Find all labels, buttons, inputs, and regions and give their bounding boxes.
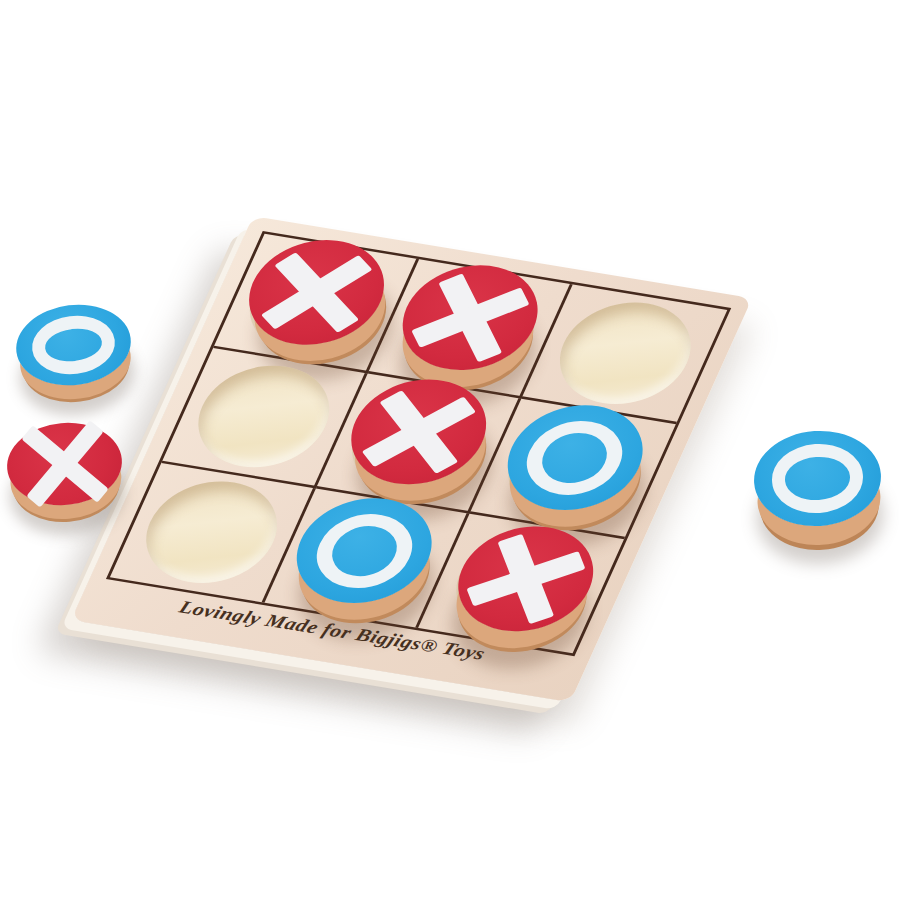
off-board-piece-o[interactable]: [12, 298, 136, 391]
o-ring: [514, 415, 635, 501]
tic-tac-toe-board: Lovingly Made for Bigjigs® Toys: [71, 216, 752, 702]
product-photo-scene: Lovingly Made for Bigjigs® Toys: [0, 0, 903, 903]
off-board-piece-o[interactable]: [751, 427, 884, 531]
cell-recess: [541, 293, 709, 413]
o-ring: [304, 508, 425, 594]
cell-recess: [180, 357, 348, 477]
board-grid: [106, 231, 731, 656]
o-ring: [769, 441, 865, 516]
off-board-piece-x[interactable]: [4, 418, 126, 510]
o-ring: [29, 311, 118, 378]
x-stroke: [362, 397, 476, 468]
cell-recess: [128, 473, 296, 593]
